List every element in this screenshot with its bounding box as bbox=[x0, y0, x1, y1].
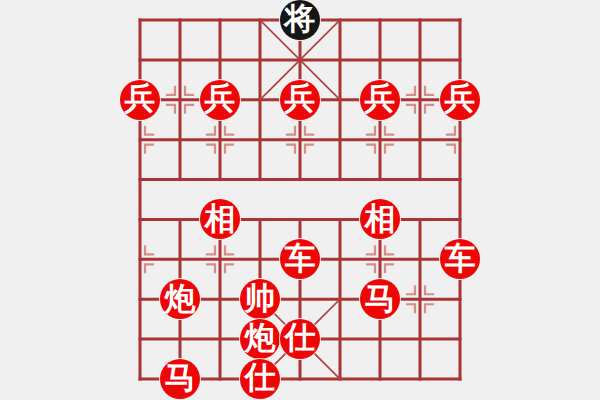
board-point-3-2[interactable] bbox=[240, 80, 280, 120]
piece-red-horse[interactable]: 马 bbox=[360, 279, 400, 319]
board-point-7-4[interactable] bbox=[400, 160, 440, 200]
board-point-8-6[interactable]: 车 bbox=[440, 239, 480, 279]
piece-red-chariot[interactable]: 车 bbox=[280, 239, 320, 279]
piece-red-cannon[interactable]: 炮 bbox=[160, 279, 200, 319]
board-point-5-6[interactable] bbox=[320, 239, 360, 279]
board-point-2-5[interactable]: 相 bbox=[200, 199, 240, 239]
board-point-8-5[interactable] bbox=[440, 199, 480, 239]
board-point-8-9[interactable] bbox=[440, 359, 480, 399]
board-point-4-7[interactable] bbox=[280, 279, 320, 319]
board-point-3-7[interactable]: 帅 bbox=[240, 279, 280, 319]
piece-red-horse[interactable]: 马 bbox=[160, 359, 200, 399]
board-point-6-0[interactable] bbox=[360, 0, 400, 40]
board-point-1-5[interactable] bbox=[160, 199, 200, 239]
board-point-2-8[interactable] bbox=[200, 319, 240, 359]
board-point-3-0[interactable] bbox=[240, 0, 280, 40]
board-point-3-5[interactable] bbox=[240, 199, 280, 239]
board-point-0-9[interactable] bbox=[120, 359, 160, 399]
board-point-7-9[interactable] bbox=[400, 359, 440, 399]
board-point-5-0[interactable] bbox=[320, 0, 360, 40]
board-point-0-3[interactable] bbox=[120, 120, 160, 160]
board-point-2-9[interactable] bbox=[200, 359, 240, 399]
piece-red-soldier[interactable]: 兵 bbox=[120, 80, 160, 120]
board-point-1-6[interactable] bbox=[160, 239, 200, 279]
board-point-8-1[interactable] bbox=[440, 40, 480, 80]
board-point-1-1[interactable] bbox=[160, 40, 200, 80]
board-point-4-1[interactable] bbox=[280, 40, 320, 80]
board-point-5-4[interactable] bbox=[320, 160, 360, 200]
board-point-2-7[interactable] bbox=[200, 279, 240, 319]
board-point-0-2[interactable]: 兵 bbox=[120, 80, 160, 120]
board-point-0-4[interactable] bbox=[120, 160, 160, 200]
board-point-3-8[interactable]: 炮 bbox=[240, 319, 280, 359]
board-point-6-5[interactable]: 相 bbox=[360, 199, 400, 239]
board-point-4-3[interactable] bbox=[280, 120, 320, 160]
board-point-0-8[interactable] bbox=[120, 319, 160, 359]
board-point-6-8[interactable] bbox=[360, 319, 400, 359]
board-point-1-4[interactable] bbox=[160, 160, 200, 200]
board-point-3-4[interactable] bbox=[240, 160, 280, 200]
board-point-3-6[interactable] bbox=[240, 239, 280, 279]
board-point-6-4[interactable] bbox=[360, 160, 400, 200]
piece-red-general[interactable]: 帅 bbox=[240, 279, 280, 319]
board-point-1-3[interactable] bbox=[160, 120, 200, 160]
board-point-8-8[interactable] bbox=[440, 319, 480, 359]
piece-red-advisor[interactable]: 仕 bbox=[280, 319, 320, 359]
piece-red-chariot[interactable]: 车 bbox=[440, 239, 480, 279]
board-point-2-6[interactable] bbox=[200, 239, 240, 279]
piece-red-soldier[interactable]: 兵 bbox=[280, 80, 320, 120]
board-point-5-2[interactable] bbox=[320, 80, 360, 120]
board-point-7-5[interactable] bbox=[400, 199, 440, 239]
board-point-8-4[interactable] bbox=[440, 160, 480, 200]
board-point-2-3[interactable] bbox=[200, 120, 240, 160]
board-point-1-0[interactable] bbox=[160, 0, 200, 40]
board-point-7-0[interactable] bbox=[400, 0, 440, 40]
board-point-7-7[interactable] bbox=[400, 279, 440, 319]
board-point-4-4[interactable] bbox=[280, 160, 320, 200]
piece-red-soldier[interactable]: 兵 bbox=[440, 80, 480, 120]
board-point-6-3[interactable] bbox=[360, 120, 400, 160]
piece-red-elephant[interactable]: 相 bbox=[360, 199, 400, 239]
piece-red-soldier[interactable]: 兵 bbox=[360, 80, 400, 120]
board-point-0-0[interactable] bbox=[120, 0, 160, 40]
piece-red-advisor[interactable]: 仕 bbox=[240, 359, 280, 399]
board-point-5-3[interactable] bbox=[320, 120, 360, 160]
board-point-6-6[interactable] bbox=[360, 239, 400, 279]
board-point-0-7[interactable] bbox=[120, 279, 160, 319]
board-point-7-1[interactable] bbox=[400, 40, 440, 80]
board-point-8-7[interactable] bbox=[440, 279, 480, 319]
board-point-1-7[interactable]: 炮 bbox=[160, 279, 200, 319]
board-point-6-2[interactable]: 兵 bbox=[360, 80, 400, 120]
piece-red-elephant[interactable]: 相 bbox=[200, 199, 240, 239]
board-point-4-5[interactable] bbox=[280, 199, 320, 239]
board-point-0-1[interactable] bbox=[120, 40, 160, 80]
board-point-8-3[interactable] bbox=[440, 120, 480, 160]
board-point-4-0[interactable]: 将 bbox=[280, 0, 320, 40]
board-point-7-3[interactable] bbox=[400, 120, 440, 160]
board-point-5-9[interactable] bbox=[320, 359, 360, 399]
board-point-2-0[interactable] bbox=[200, 0, 240, 40]
board-point-7-8[interactable] bbox=[400, 319, 440, 359]
board-point-3-1[interactable] bbox=[240, 40, 280, 80]
board-point-5-7[interactable] bbox=[320, 279, 360, 319]
board-point-5-1[interactable] bbox=[320, 40, 360, 80]
board-point-5-5[interactable] bbox=[320, 199, 360, 239]
board-point-0-5[interactable] bbox=[120, 199, 160, 239]
board-point-4-9[interactable] bbox=[280, 359, 320, 399]
board-point-6-9[interactable] bbox=[360, 359, 400, 399]
board-points: 将兵兵兵兵兵相相车车炮帅马炮仕马仕 bbox=[120, 0, 480, 399]
board-point-1-9[interactable]: 马 bbox=[160, 359, 200, 399]
board-point-5-8[interactable] bbox=[320, 319, 360, 359]
board-point-7-2[interactable] bbox=[400, 80, 440, 120]
board-point-1-2[interactable] bbox=[160, 80, 200, 120]
board-point-2-4[interactable] bbox=[200, 160, 240, 200]
board-point-6-1[interactable] bbox=[360, 40, 400, 80]
board-point-2-1[interactable] bbox=[200, 40, 240, 80]
board-point-7-6[interactable] bbox=[400, 239, 440, 279]
board-point-8-0[interactable] bbox=[440, 0, 480, 40]
piece-red-cannon[interactable]: 炮 bbox=[240, 319, 280, 359]
xiangqi-diagram: 将兵兵兵兵兵相相车车炮帅马炮仕马仕 bbox=[0, 0, 600, 400]
board-point-4-8[interactable]: 仕 bbox=[280, 319, 320, 359]
board-point-0-6[interactable] bbox=[120, 239, 160, 279]
piece-red-soldier[interactable]: 兵 bbox=[200, 80, 240, 120]
board-point-4-6[interactable]: 车 bbox=[280, 239, 320, 279]
board-point-6-7[interactable]: 马 bbox=[360, 279, 400, 319]
board-point-2-2[interactable]: 兵 bbox=[200, 80, 240, 120]
board-point-1-8[interactable] bbox=[160, 319, 200, 359]
board-point-3-9[interactable]: 仕 bbox=[240, 359, 280, 399]
board-point-4-2[interactable]: 兵 bbox=[280, 80, 320, 120]
board-point-8-2[interactable]: 兵 bbox=[440, 80, 480, 120]
piece-black-general[interactable]: 将 bbox=[280, 0, 320, 40]
board-point-3-3[interactable] bbox=[240, 120, 280, 160]
